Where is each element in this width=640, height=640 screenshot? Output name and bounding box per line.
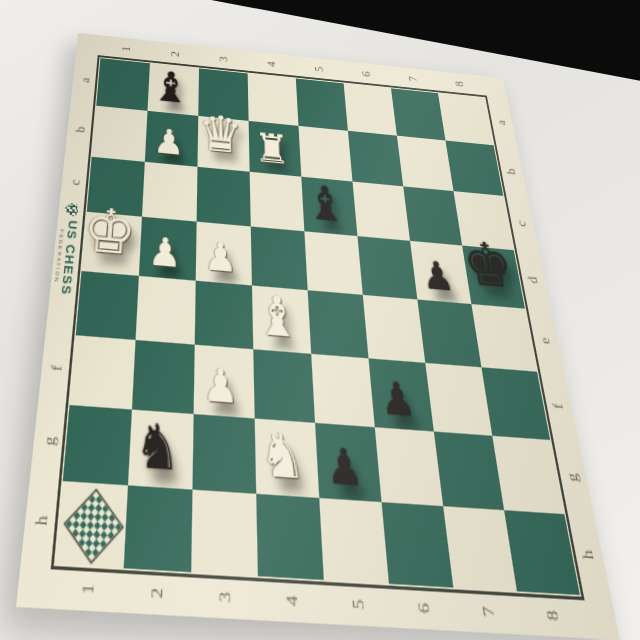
white-queen-b3[interactable]: ♛	[195, 108, 247, 162]
square-h8[interactable]	[504, 510, 580, 595]
square-f6[interactable]: ♟	[369, 358, 434, 431]
square-g5[interactable]: ♟	[315, 423, 382, 502]
square-e8[interactable]	[471, 304, 537, 372]
square-e1[interactable]	[76, 271, 139, 340]
square-b8[interactable]	[445, 140, 503, 195]
black-bishop-c5[interactable]: ♝	[298, 178, 353, 230]
square-h3[interactable]	[191, 490, 258, 577]
chess-board-sheet: ♝♟♛♜♝♚♟♟♟♚♝♟♟♞♞♟ 12345678 12345678 abcfg…	[16, 33, 620, 640]
black-pawn-d7[interactable]: ♟	[409, 254, 468, 298]
square-g3[interactable]	[192, 414, 256, 494]
square-c2[interactable]	[142, 162, 198, 222]
white-bishop-e4[interactable]: ♝	[249, 288, 308, 347]
square-c5[interactable]: ♝	[301, 177, 357, 236]
square-b6[interactable]	[348, 131, 403, 187]
square-b3[interactable]: ♛	[197, 116, 249, 172]
square-c3[interactable]	[197, 167, 251, 227]
square-a1[interactable]	[96, 58, 150, 111]
photo-scene: ♝♟♛♜♝♚♟♟♟♚♝♟♟♞♞♟ 12345678 12345678 abcfg…	[0, 0, 640, 640]
uschess-shield-icon	[63, 202, 79, 216]
square-a7[interactable]	[391, 88, 445, 140]
square-b4[interactable]: ♜	[249, 121, 302, 177]
square-d6[interactable]	[357, 236, 417, 299]
black-pawn-g5[interactable]: ♟	[312, 440, 377, 494]
square-d3[interactable]: ♟	[196, 222, 252, 286]
black-pawn-f6[interactable]: ♟	[367, 374, 430, 424]
white-pawn-f3[interactable]: ♟	[190, 360, 251, 411]
square-a6[interactable]	[344, 83, 397, 135]
square-d8[interactable]: ♚	[462, 246, 525, 309]
square-g8[interactable]	[492, 436, 564, 514]
square-e6[interactable]	[363, 295, 425, 363]
square-a4[interactable]	[248, 73, 299, 125]
square-a5[interactable]	[296, 78, 348, 130]
square-f4[interactable]	[253, 349, 315, 423]
square-e2[interactable]	[136, 276, 196, 345]
black-bishop-a2[interactable]: ♝	[145, 65, 196, 111]
square-g6[interactable]	[375, 427, 443, 506]
square-h2[interactable]	[124, 485, 193, 572]
square-a8[interactable]	[438, 93, 494, 145]
square-g1[interactable]	[63, 405, 132, 485]
square-d1[interactable]: ♚	[81, 212, 141, 276]
square-c4[interactable]	[250, 172, 305, 232]
square-f8[interactable]	[481, 367, 550, 440]
square-h6[interactable]	[382, 502, 454, 588]
square-g4[interactable]: ♞	[255, 418, 320, 498]
square-b2[interactable]: ♟	[145, 111, 198, 167]
square-b7[interactable]	[397, 136, 454, 191]
square-h5[interactable]	[319, 498, 389, 584]
square-f2[interactable]	[132, 340, 195, 414]
square-h4[interactable]	[256, 494, 324, 580]
white-king-d1[interactable]: ♚	[79, 199, 139, 265]
white-pawn-b2[interactable]: ♟	[142, 122, 195, 161]
black-knight-g2[interactable]: ♞	[125, 415, 190, 481]
square-e5[interactable]	[308, 290, 369, 358]
square-f1[interactable]	[70, 335, 136, 409]
square-f3[interactable]: ♟	[194, 345, 255, 419]
square-a2[interactable]: ♝	[147, 63, 199, 116]
square-c6[interactable]	[353, 182, 411, 241]
square-b5[interactable]	[298, 126, 352, 182]
square-d5[interactable]	[304, 231, 362, 295]
square-e3[interactable]	[195, 281, 254, 350]
square-e4[interactable]: ♝	[252, 285, 311, 353]
square-d2[interactable]: ♟	[139, 217, 197, 281]
square-d4[interactable]	[251, 226, 308, 290]
square-b1[interactable]	[92, 106, 148, 162]
white-knight-g4[interactable]: ♞	[251, 424, 315, 490]
white-rook-b4[interactable]: ♜	[246, 127, 298, 172]
white-pawn-d3[interactable]: ♟	[192, 235, 248, 279]
square-g2[interactable]: ♞	[128, 410, 194, 490]
white-pawn-d2[interactable]: ♟	[136, 230, 193, 274]
square-f5[interactable]	[311, 354, 375, 427]
chess-board-grid[interactable]: ♝♟♛♜♝♚♟♟♟♚♝♟♟♞♞♟	[55, 58, 580, 595]
